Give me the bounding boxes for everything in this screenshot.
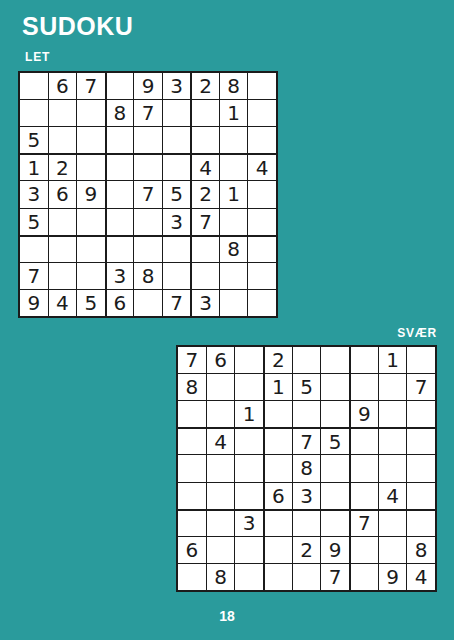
sudoku-cell-r4c9 <box>407 428 435 454</box>
sudoku-cell-r2c3 <box>77 100 105 126</box>
sudoku-cell-r5c6: 5 <box>163 181 191 207</box>
sudoku-cell-r5c3: 9 <box>77 181 105 207</box>
sudoku-cell-r1c1 <box>20 73 48 99</box>
sudoku-cell-r9c6: 7 <box>163 290 191 316</box>
sudoku-cell-r9c9 <box>248 290 276 316</box>
sudoku-cell-r8c8 <box>220 263 248 289</box>
sudoku-cell-r6c9 <box>248 209 276 235</box>
sudoku-cell-r2c8: 1 <box>220 100 248 126</box>
puzzle-label-easy: LET <box>25 50 50 64</box>
sudoku-cell-r8c4 <box>264 537 292 563</box>
sudoku-cell-r5c6 <box>321 455 349 481</box>
sudoku-cell-r1c2: 6 <box>49 73 77 99</box>
sudoku-cell-r5c9 <box>248 181 276 207</box>
sudoku-cell-r3c2 <box>49 127 77 153</box>
sudoku-cell-r9c7: 3 <box>191 290 219 316</box>
sudoku-cell-r1c7: 2 <box>191 73 219 99</box>
sudoku-cell-r2c1: 8 <box>178 374 206 400</box>
sudoku-cell-r6c5: 3 <box>293 483 321 509</box>
sudoku-cell-r8c2 <box>49 263 77 289</box>
sudoku-cell-r5c4 <box>106 181 134 207</box>
sudoku-cell-r3c3 <box>77 127 105 153</box>
sudoku-cell-r6c9 <box>407 483 435 509</box>
sudoku-cell-r9c9: 4 <box>407 564 435 590</box>
sudoku-cell-r3c3: 1 <box>235 401 263 427</box>
sudoku-cell-r3c6 <box>321 401 349 427</box>
sudoku-cell-r7c2 <box>49 236 77 262</box>
sudoku-cell-r3c7: 9 <box>350 401 378 427</box>
sudoku-cell-r4c2: 4 <box>207 428 235 454</box>
sudoku-cell-r2c3 <box>235 374 263 400</box>
sudoku-cell-r6c3 <box>77 209 105 235</box>
puzzle-label-hard: SVÆR <box>397 326 437 340</box>
sudoku-cell-r1c5 <box>293 347 321 373</box>
sudoku-cell-r9c3 <box>235 564 263 590</box>
sudoku-cell-r6c8: 4 <box>379 483 407 509</box>
sudoku-cell-r9c3: 5 <box>77 290 105 316</box>
sudoku-cell-r8c5: 8 <box>134 263 162 289</box>
sudoku-cell-r3c4 <box>264 401 292 427</box>
sudoku-cell-r9c1: 9 <box>20 290 48 316</box>
sudoku-cell-r4c7: 4 <box>191 154 219 180</box>
sudoku-cell-r3c6 <box>163 127 191 153</box>
sudoku-cell-r4c8 <box>220 154 248 180</box>
sudoku-cell-r9c2: 8 <box>207 564 235 590</box>
sudoku-cell-r8c7 <box>350 537 378 563</box>
sudoku-cell-r5c5: 7 <box>134 181 162 207</box>
sudoku-cell-r5c8 <box>379 455 407 481</box>
sudoku-cell-r1c3: 7 <box>77 73 105 99</box>
sudoku-cell-r7c9 <box>407 510 435 536</box>
sudoku-cell-r3c8 <box>379 401 407 427</box>
sudoku-cell-r5c4 <box>264 455 292 481</box>
sudoku-cell-r8c2 <box>207 537 235 563</box>
sudoku-cell-r9c4 <box>264 564 292 590</box>
sudoku-cell-r4c3 <box>77 154 105 180</box>
sudoku-cell-r7c1 <box>178 510 206 536</box>
sudoku-cell-r1c9 <box>407 347 435 373</box>
sudoku-cell-r3c7 <box>191 127 219 153</box>
sudoku-cell-r7c7: 7 <box>350 510 378 536</box>
sudoku-cell-r6c2 <box>207 483 235 509</box>
page: SUDOKU LET 67932887151244369752153787389… <box>0 0 454 640</box>
sudoku-cell-r9c7 <box>350 564 378 590</box>
sudoku-cell-r4c1 <box>178 428 206 454</box>
sudoku-cell-r5c9 <box>407 455 435 481</box>
sudoku-cell-r4c4 <box>106 154 134 180</box>
sudoku-cell-r2c2 <box>49 100 77 126</box>
sudoku-cell-r8c9: 8 <box>407 537 435 563</box>
sudoku-cell-r7c6 <box>321 510 349 536</box>
sudoku-cell-r7c8: 8 <box>220 236 248 262</box>
sudoku-cell-r5c5: 8 <box>293 455 321 481</box>
sudoku-cell-r3c1: 5 <box>20 127 48 153</box>
sudoku-cell-r6c7: 7 <box>191 209 219 235</box>
sudoku-cell-r2c6 <box>321 374 349 400</box>
sudoku-cell-r2c9: 7 <box>407 374 435 400</box>
sudoku-cell-r4c6: 5 <box>321 428 349 454</box>
sudoku-cell-r5c7: 2 <box>191 181 219 207</box>
sudoku-cell-r1c2: 6 <box>207 347 235 373</box>
sudoku-cell-r6c8 <box>220 209 248 235</box>
sudoku-cell-r1c8: 1 <box>379 347 407 373</box>
sudoku-cell-r7c8 <box>379 510 407 536</box>
sudoku-cell-r7c9 <box>248 236 276 262</box>
sudoku-cell-r1c4 <box>106 73 134 99</box>
sudoku-cell-r9c6: 7 <box>321 564 349 590</box>
sudoku-cell-r7c3 <box>77 236 105 262</box>
sudoku-cell-r7c5 <box>134 236 162 262</box>
sudoku-cell-r1c1: 7 <box>178 347 206 373</box>
sudoku-cell-r2c6 <box>163 100 191 126</box>
sudoku-grid-easy: 6793288715124436975215378738945673 <box>18 71 278 318</box>
sudoku-cell-r7c4 <box>264 510 292 536</box>
sudoku-cell-r4c2: 2 <box>49 154 77 180</box>
sudoku-cell-r3c5 <box>293 401 321 427</box>
sudoku-cell-r3c9 <box>248 127 276 153</box>
sudoku-cell-r6c6 <box>321 483 349 509</box>
sudoku-cell-r4c1: 1 <box>20 154 48 180</box>
sudoku-cell-r1c6 <box>321 347 349 373</box>
sudoku-cell-r6c3 <box>235 483 263 509</box>
sudoku-cell-r2c1 <box>20 100 48 126</box>
sudoku-cell-r2c5: 5 <box>293 374 321 400</box>
sudoku-cell-r5c2: 6 <box>49 181 77 207</box>
page-title: SUDOKU <box>22 12 133 41</box>
sudoku-cell-r7c4 <box>106 236 134 262</box>
sudoku-cell-r8c1: 7 <box>20 263 48 289</box>
sudoku-cell-r8c6 <box>163 263 191 289</box>
sudoku-cell-r8c3 <box>235 537 263 563</box>
sudoku-cell-r4c3 <box>235 428 263 454</box>
sudoku-cell-r7c3: 3 <box>235 510 263 536</box>
sudoku-cell-r5c7 <box>350 455 378 481</box>
sudoku-cell-r8c4: 3 <box>106 263 134 289</box>
sudoku-cell-r6c4 <box>106 209 134 235</box>
sudoku-cell-r2c2 <box>207 374 235 400</box>
sudoku-cell-r5c3 <box>235 455 263 481</box>
sudoku-cell-r6c5 <box>134 209 162 235</box>
sudoku-cell-r8c5: 2 <box>293 537 321 563</box>
sudoku-cell-r3c4 <box>106 127 134 153</box>
sudoku-cell-r9c2: 4 <box>49 290 77 316</box>
sudoku-cell-r2c8 <box>379 374 407 400</box>
sudoku-cell-r9c8: 9 <box>379 564 407 590</box>
sudoku-cell-r5c2 <box>207 455 235 481</box>
sudoku-cell-r2c4: 8 <box>106 100 134 126</box>
sudoku-cell-r5c1 <box>178 455 206 481</box>
sudoku-cell-r2c7 <box>191 100 219 126</box>
sudoku-cell-r3c8 <box>220 127 248 153</box>
sudoku-cell-r9c4: 6 <box>106 290 134 316</box>
sudoku-cell-r4c8 <box>379 428 407 454</box>
sudoku-cell-r1c7 <box>350 347 378 373</box>
sudoku-cell-r9c5 <box>134 290 162 316</box>
sudoku-cell-r2c7 <box>350 374 378 400</box>
sudoku-cell-r8c6: 9 <box>321 537 349 563</box>
sudoku-cell-r7c6 <box>163 236 191 262</box>
sudoku-cell-r4c7 <box>350 428 378 454</box>
sudoku-cell-r1c6: 3 <box>163 73 191 99</box>
sudoku-cell-r4c4 <box>264 428 292 454</box>
sudoku-cell-r7c7 <box>191 236 219 262</box>
sudoku-cell-r5c1: 3 <box>20 181 48 207</box>
sudoku-cell-r8c8 <box>379 537 407 563</box>
sudoku-cell-r6c4: 6 <box>264 483 292 509</box>
sudoku-cell-r1c9 <box>248 73 276 99</box>
sudoku-cell-r1c8: 8 <box>220 73 248 99</box>
sudoku-cell-r1c4: 2 <box>264 347 292 373</box>
sudoku-cell-r4c9: 4 <box>248 154 276 180</box>
sudoku-cell-r2c5: 7 <box>134 100 162 126</box>
sudoku-cell-r2c4: 1 <box>264 374 292 400</box>
sudoku-cell-r3c1 <box>178 401 206 427</box>
sudoku-cell-r3c2 <box>207 401 235 427</box>
sudoku-cell-r9c8 <box>220 290 248 316</box>
sudoku-cell-r9c1 <box>178 564 206 590</box>
sudoku-cell-r6c7 <box>350 483 378 509</box>
sudoku-cell-r8c1: 6 <box>178 537 206 563</box>
sudoku-cell-r7c5 <box>293 510 321 536</box>
sudoku-cell-r3c9 <box>407 401 435 427</box>
sudoku-cell-r5c8: 1 <box>220 181 248 207</box>
sudoku-cell-r8c7 <box>191 263 219 289</box>
sudoku-cell-r6c1 <box>178 483 206 509</box>
page-number: 18 <box>0 608 454 624</box>
sudoku-cell-r7c1 <box>20 236 48 262</box>
sudoku-cell-r9c5 <box>293 564 321 590</box>
sudoku-cell-r7c2 <box>207 510 235 536</box>
sudoku-cell-r8c3 <box>77 263 105 289</box>
sudoku-cell-r6c6: 3 <box>163 209 191 235</box>
sudoku-cell-r1c3 <box>235 347 263 373</box>
sudoku-grid-hard: 762181571947586343762988794 <box>176 345 437 592</box>
sudoku-cell-r1c5: 9 <box>134 73 162 99</box>
sudoku-cell-r8c9 <box>248 263 276 289</box>
sudoku-cell-r4c5 <box>134 154 162 180</box>
sudoku-cell-r4c5: 7 <box>293 428 321 454</box>
sudoku-cell-r6c1: 5 <box>20 209 48 235</box>
sudoku-cell-r4c6 <box>163 154 191 180</box>
sudoku-cell-r6c2 <box>49 209 77 235</box>
sudoku-cell-r3c5 <box>134 127 162 153</box>
sudoku-cell-r2c9 <box>248 100 276 126</box>
